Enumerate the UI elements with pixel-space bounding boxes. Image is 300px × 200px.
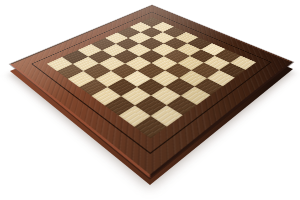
square-r7c3 — [84, 63, 111, 78]
square-r3c8 — [207, 70, 235, 86]
square-r3c3 — [140, 38, 164, 50]
square-r2c1 — [130, 22, 152, 32]
board-shadow — [0, 10, 300, 200]
square-r3c6 — [178, 56, 204, 70]
square-r5c8 — [181, 86, 211, 105]
square-r7c2 — [73, 57, 99, 71]
square-r2c6 — [190, 49, 215, 62]
square-r2c4 — [164, 37, 188, 49]
frame-groove-inlay — [31, 12, 272, 154]
square-r4c1 — [105, 32, 128, 43]
square-r6c1 — [78, 44, 103, 57]
square-r5c6 — [151, 70, 179, 86]
square-r3c2 — [128, 32, 151, 43]
square-r1c2 — [152, 22, 174, 32]
square-r5c4 — [125, 56, 151, 70]
square-r2c5 — [176, 43, 201, 56]
square-r8c8 — [134, 115, 167, 138]
square-r2c2 — [140, 27, 163, 38]
square-r1c6 — [201, 43, 226, 56]
square-r8c6 — [105, 96, 136, 116]
square-r8c7 — [119, 105, 151, 126]
square-r7c7 — [135, 95, 166, 115]
square-r4c3 — [127, 43, 152, 56]
board-side — [0, 7, 300, 200]
square-r5c7 — [165, 78, 194, 95]
square-r8c2 — [57, 64, 84, 79]
square-r1c8 — [230, 55, 256, 69]
shadow-shape — [10, 15, 293, 188]
square-r7c8 — [151, 105, 183, 126]
square-r2c8 — [219, 62, 246, 77]
square-r8c4 — [79, 79, 108, 96]
square-r5c1 — [92, 38, 116, 50]
square-r2c3 — [152, 32, 175, 43]
square-r8c5 — [91, 87, 121, 106]
square-r7c1 — [63, 50, 88, 63]
product-photo-chess-board — [0, 0, 300, 200]
square-r4c6 — [165, 63, 192, 78]
square-r6c5 — [123, 70, 151, 86]
square-r1c7 — [215, 49, 240, 62]
square-r4c5 — [151, 56, 177, 70]
square-r1c3 — [163, 27, 186, 38]
square-r2c7 — [204, 56, 230, 70]
square-r6c8 — [166, 95, 197, 115]
square-r7c5 — [108, 78, 137, 95]
square-r3c4 — [151, 43, 176, 56]
square-r3c1 — [118, 27, 141, 38]
square-r6c4 — [111, 63, 138, 78]
square-r6c7 — [151, 86, 181, 105]
square-r4c7 — [179, 70, 207, 86]
square-r3c5 — [164, 49, 189, 62]
square-r4c4 — [139, 50, 164, 63]
chess-board — [10, 5, 293, 178]
square-r1c1 — [141, 17, 163, 27]
square-r7c6 — [121, 87, 151, 106]
board-top — [0, 0, 300, 200]
playing-field — [47, 17, 256, 138]
square-r5c2 — [102, 44, 127, 57]
square-r5c5 — [138, 63, 165, 78]
square-r6c3 — [99, 56, 125, 70]
square-r6c6 — [137, 78, 166, 95]
square-r1c4 — [175, 32, 198, 43]
square-r4c8 — [194, 78, 223, 95]
square-r7c4 — [95, 71, 123, 87]
square-r8c1 — [47, 57, 73, 71]
square-r6c2 — [88, 50, 113, 63]
lighting-sheen — [9, 5, 295, 180]
square-r3c7 — [192, 63, 219, 78]
square-r4c2 — [116, 38, 140, 50]
square-r5c3 — [113, 50, 138, 63]
square-r8c3 — [68, 71, 96, 87]
board-side-face — [10, 12, 293, 185]
square-r1c5 — [188, 37, 212, 49]
